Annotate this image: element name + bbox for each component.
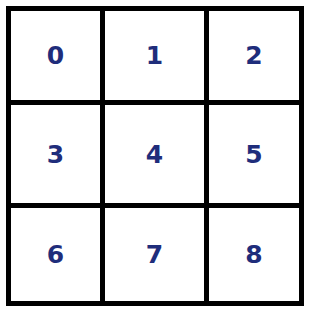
cell-3-number: 3	[47, 142, 64, 167]
cell-8-number: 8	[245, 242, 262, 267]
cell-8[interactable]: 8	[209, 208, 299, 301]
cell-6[interactable]: 6	[11, 208, 100, 301]
cell-5[interactable]: 5	[209, 105, 299, 203]
grid-board: 0 1 2 3 4 5 6 7 8	[6, 6, 304, 306]
cell-0-number: 0	[47, 43, 64, 68]
cell-4[interactable]: 4	[105, 105, 204, 203]
cell-0[interactable]: 0	[11, 11, 100, 100]
cell-7[interactable]: 7	[105, 208, 204, 301]
cell-5-number: 5	[245, 142, 262, 167]
cell-1-number: 1	[146, 43, 163, 68]
cell-7-number: 7	[146, 242, 163, 267]
cell-3[interactable]: 3	[11, 105, 100, 203]
cell-4-number: 4	[146, 142, 163, 167]
cell-2[interactable]: 2	[209, 11, 299, 100]
cell-1[interactable]: 1	[105, 11, 204, 100]
cell-2-number: 2	[245, 43, 262, 68]
cell-6-number: 6	[47, 242, 64, 267]
